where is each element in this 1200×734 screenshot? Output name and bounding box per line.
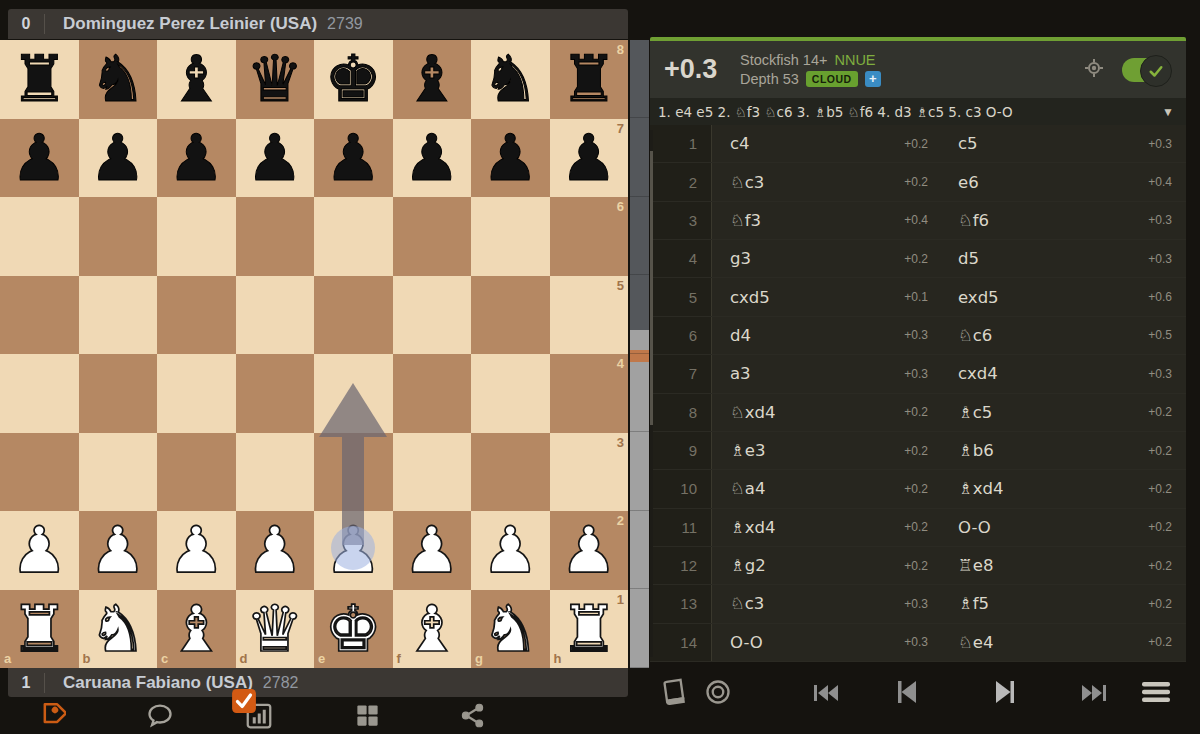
- square-a7[interactable]: ♟: [0, 119, 79, 198]
- black-pawn-d7: ♟: [236, 119, 315, 198]
- pv-white-cell: a3+0.3: [712, 355, 940, 392]
- engine-toggle[interactable]: [1122, 57, 1172, 83]
- file-label-b: b: [83, 651, 91, 666]
- pv-black-eval: +0.3: [1148, 137, 1172, 151]
- pv-black-move[interactable]: ♗xd4: [958, 479, 1004, 498]
- white-pawn-g2: ♟: [471, 511, 550, 590]
- black-pawn-a7: ♟: [0, 119, 79, 198]
- square-a4[interactable]: [0, 354, 79, 433]
- engine-name: Stockfish 14+: [740, 52, 827, 68]
- square-f6[interactable]: [393, 197, 472, 276]
- pv-white-cell: ♗xd4+0.2: [712, 509, 940, 546]
- square-g4[interactable]: [471, 354, 550, 433]
- pv-move-number: 13: [650, 585, 712, 622]
- pv-black-move[interactable]: exd5: [958, 288, 999, 307]
- game-move-list[interactable]: 1. e4 e5 2. ♘f3 ♘c6 3. ♗b5 ♘f6 4. d3 ♗c5…: [650, 98, 1186, 125]
- pv-black-cell: ♗c5+0.2: [940, 394, 1186, 431]
- white-pawn-a2: ♟: [0, 511, 79, 590]
- top-player-rating: 2739: [327, 15, 363, 33]
- pv-black-cell: c5+0.3: [940, 125, 1186, 162]
- file-label-g: g: [475, 651, 483, 666]
- square-e8[interactable]: ♚: [314, 40, 393, 119]
- rank-label-5: 5: [617, 278, 624, 293]
- white-pawn-e2: ♟: [314, 511, 393, 590]
- pv-row-2: 2♘c3+0.2e6+0.4: [650, 163, 1186, 201]
- file-label-e: e: [318, 651, 325, 666]
- pv-black-move[interactable]: ♗b6: [958, 441, 994, 460]
- pv-black-cell: ♘f6+0.3: [940, 202, 1186, 239]
- pv-move-number: 14: [650, 624, 712, 661]
- first-move-button[interactable]: [812, 680, 840, 710]
- square-b8[interactable]: ♞: [79, 40, 158, 119]
- pv-black-eval: +0.5: [1148, 328, 1172, 342]
- pv-white-move[interactable]: ♘xd4: [730, 403, 776, 422]
- book-icon[interactable]: [660, 678, 688, 710]
- black-pawn-c7: ♟: [157, 119, 236, 198]
- pv-black-cell: O-O+0.2: [940, 509, 1186, 546]
- square-d1[interactable]: ♛d: [236, 590, 315, 669]
- square-f2[interactable]: ♟: [393, 511, 472, 590]
- pv-move-number: 3: [650, 202, 712, 239]
- pv-move-number: 2: [650, 163, 712, 200]
- previous-move-button[interactable]: [896, 678, 918, 710]
- square-e2[interactable]: ♟: [314, 511, 393, 590]
- menu-icon[interactable]: [1140, 678, 1172, 710]
- pv-black-move[interactable]: O-O: [958, 518, 991, 537]
- check-badge-icon: [231, 688, 257, 718]
- pv-black-eval: +0.3: [1148, 213, 1172, 227]
- rank-label-6: 6: [617, 199, 624, 214]
- square-h8[interactable]: ♜8: [550, 40, 629, 119]
- pv-black-move[interactable]: ♘f6: [958, 211, 989, 230]
- pv-white-move[interactable]: c4: [730, 134, 750, 153]
- crosshair-icon[interactable]: [1082, 56, 1106, 84]
- square-b4[interactable]: [79, 354, 158, 433]
- square-e1[interactable]: ♚e: [314, 590, 393, 669]
- file-label-c: c: [161, 651, 168, 666]
- white-bishop-f1: ♝: [393, 590, 472, 669]
- square-h5[interactable]: 5: [550, 276, 629, 355]
- toggle-check-icon: [1140, 55, 1172, 87]
- pv-row-6: 6d4+0.3♘c6+0.5: [650, 317, 1186, 355]
- square-d2[interactable]: ♟: [236, 511, 315, 590]
- square-g2[interactable]: ♟: [471, 511, 550, 590]
- square-a8[interactable]: ♜: [0, 40, 79, 119]
- square-f5[interactable]: [393, 276, 472, 355]
- pv-move-number: 4: [650, 240, 712, 277]
- rank-label-2: 2: [617, 513, 624, 528]
- square-f1[interactable]: ♝f: [393, 590, 472, 669]
- add-engine-line-button[interactable]: +: [865, 71, 881, 87]
- pv-row-5: 5cxd5+0.1exd5+0.6: [650, 278, 1186, 316]
- white-pawn-d2: ♟: [236, 511, 315, 590]
- bottom-player-bar: 1 Caruana Fabiano (USA) 2782: [8, 668, 628, 697]
- pv-black-move[interactable]: ♗f5: [958, 594, 989, 613]
- pv-white-eval: +0.3: [904, 367, 928, 381]
- square-h4[interactable]: 4: [550, 354, 629, 433]
- game-moves-text[interactable]: 1. e4 e5 2. ♘f3 ♘c6 3. ♗b5 ♘f6 4. d3 ♗c5…: [658, 104, 1013, 120]
- square-c7[interactable]: ♟: [157, 119, 236, 198]
- white-king-e1: ♚: [314, 590, 393, 669]
- square-c5[interactable]: [157, 276, 236, 355]
- file-label-h: h: [554, 651, 562, 666]
- engine-pv-table[interactable]: 1c4+0.2c5+0.32♘c3+0.2e6+0.43♘f3+0.4♘f6+0…: [650, 125, 1186, 662]
- last-move-button[interactable]: [1080, 680, 1108, 710]
- pv-black-move[interactable]: ♘c6: [958, 326, 992, 345]
- pv-row-3: 3♘f3+0.4♘f6+0.3: [650, 202, 1186, 240]
- eval-gauge-ticks: [630, 40, 649, 668]
- pv-black-move[interactable]: cxd4: [958, 364, 998, 383]
- chess-board[interactable]: ♜♞♝♛♚♝♞♜8♟♟♟♟♟♟♟♟76543♟♟♟♟♟♟♟♟2♜a♞b♝c♛d♚…: [0, 40, 628, 668]
- square-f3[interactable]: [393, 433, 472, 512]
- pv-black-move[interactable]: ♘e4: [958, 633, 993, 652]
- share-icon[interactable]: [459, 702, 486, 733]
- square-d7[interactable]: ♟: [236, 119, 315, 198]
- pv-white-eval: +0.3: [904, 597, 928, 611]
- pv-row-7: 7a3+0.3cxd4+0.3: [650, 355, 1186, 393]
- square-e6[interactable]: [314, 197, 393, 276]
- pv-white-move[interactable]: a3: [730, 364, 751, 383]
- pv-white-eval: +0.3: [904, 635, 928, 649]
- square-b7[interactable]: ♟: [79, 119, 158, 198]
- black-pawn-f7: ♟: [393, 119, 472, 198]
- cloud-badge: CLOUD: [806, 71, 858, 87]
- pv-black-cell: ♗f5+0.2: [940, 585, 1186, 622]
- pv-row-8: 8♘xd4+0.2♗c5+0.2: [650, 394, 1186, 432]
- white-bishop-c1: ♝: [157, 590, 236, 669]
- grid-icon[interactable]: [354, 702, 381, 733]
- white-pawn-b2: ♟: [79, 511, 158, 590]
- pv-black-eval: +0.2: [1148, 559, 1172, 573]
- pv-white-move[interactable]: d4: [730, 326, 751, 345]
- pv-black-eval: +0.2: [1148, 444, 1172, 458]
- pv-white-cell: ♘c3+0.2: [712, 163, 940, 200]
- pv-black-cell: ♗xd4+0.2: [940, 470, 1186, 507]
- pv-white-eval: +0.1: [904, 290, 928, 304]
- divider: [44, 14, 45, 34]
- pv-scrollbar[interactable]: [650, 130, 653, 657]
- top-player-bar: 0 Dominguez Perez Leinier (USA) 2739: [8, 9, 628, 39]
- tag-icon[interactable]: [36, 699, 66, 733]
- pv-black-eval: +0.4: [1148, 175, 1172, 189]
- pv-move-number: 1: [650, 125, 712, 162]
- square-h2[interactable]: ♟2: [550, 511, 629, 590]
- pv-white-move[interactable]: ♘f3: [730, 211, 761, 230]
- pv-white-cell: cxd5+0.1: [712, 278, 940, 315]
- pv-black-eval: +0.6: [1148, 290, 1172, 304]
- pv-black-cell: ♖e8+0.2: [940, 547, 1186, 584]
- rank-label-4: 4: [617, 356, 624, 371]
- pv-black-move[interactable]: c5: [958, 134, 978, 153]
- white-rook-a1: ♜: [0, 590, 79, 669]
- pv-white-move[interactable]: ♘c3: [730, 173, 764, 192]
- engine-header: +0.3 Stockfish 14+ NNUE Depth 53 CLOUD +: [650, 41, 1186, 98]
- pv-move-number: 11: [650, 509, 712, 546]
- rank-label-7: 7: [617, 121, 624, 136]
- pv-move-number: 12: [650, 547, 712, 584]
- square-f7[interactable]: ♟: [393, 119, 472, 198]
- square-g6[interactable]: [471, 197, 550, 276]
- square-g1[interactable]: ♞g: [471, 590, 550, 669]
- square-d3[interactable]: [236, 433, 315, 512]
- pv-white-eval: +0.2: [904, 482, 928, 496]
- top-player-name: Dominguez Perez Leinier (USA): [63, 14, 317, 34]
- square-b5[interactable]: [79, 276, 158, 355]
- square-c8[interactable]: ♝: [157, 40, 236, 119]
- square-a2[interactable]: ♟: [0, 511, 79, 590]
- engine-nnue-label: NNUE: [834, 52, 875, 68]
- pv-black-eval: +0.2: [1148, 482, 1172, 496]
- pv-row-12: 12♗g2+0.2♖e8+0.2: [650, 547, 1186, 585]
- black-rook-a8: ♜: [0, 40, 79, 119]
- pv-white-cell: c4+0.2: [712, 125, 940, 162]
- square-h7[interactable]: ♟7: [550, 119, 629, 198]
- pv-white-move[interactable]: ♗g2: [730, 556, 766, 575]
- target-circles-icon[interactable]: [704, 678, 732, 710]
- pv-black-eval: +0.2: [1148, 635, 1172, 649]
- chat-icon[interactable]: [146, 701, 174, 733]
- pv-move-number: 8: [650, 394, 712, 431]
- square-a1[interactable]: ♜a: [0, 590, 79, 669]
- white-pawn-c2: ♟: [157, 511, 236, 590]
- pv-white-cell: ♗g2+0.2: [712, 547, 940, 584]
- square-d5[interactable]: [236, 276, 315, 355]
- pv-row-13: 13♘c3+0.3♗f5+0.2: [650, 585, 1186, 623]
- pv-black-move[interactable]: d5: [958, 249, 979, 268]
- pv-white-eval: +0.4: [904, 213, 928, 227]
- pv-black-cell: cxd4+0.3: [940, 355, 1186, 392]
- bottom-player-score: 1: [8, 674, 44, 692]
- pv-white-cell: ♗e3+0.2: [712, 432, 940, 469]
- pv-black-cell: ♘e4+0.2: [940, 624, 1186, 661]
- square-c6[interactable]: [157, 197, 236, 276]
- pv-white-cell: g3+0.2: [712, 240, 940, 277]
- square-c3[interactable]: [157, 433, 236, 512]
- black-pawn-g7: ♟: [471, 119, 550, 198]
- rank-label-8: 8: [617, 42, 624, 57]
- pv-white-cell: ♘c3+0.3: [712, 585, 940, 622]
- pv-row-11: 11♗xd4+0.2O-O+0.2: [650, 509, 1186, 547]
- pv-black-cell: ♗b6+0.2: [940, 432, 1186, 469]
- pv-white-eval: +0.2: [904, 520, 928, 534]
- square-e5[interactable]: [314, 276, 393, 355]
- file-label-a: a: [4, 651, 11, 666]
- pv-white-eval: +0.2: [904, 252, 928, 266]
- pv-move-number: 5: [650, 278, 712, 315]
- pv-black-eval: +0.3: [1148, 252, 1172, 266]
- pv-black-move[interactable]: e6: [958, 173, 979, 192]
- square-g8[interactable]: ♞: [471, 40, 550, 119]
- square-a3[interactable]: [0, 433, 79, 512]
- pv-black-eval: +0.3: [1148, 367, 1172, 381]
- black-knight-g8: ♞: [471, 40, 550, 119]
- divider: [44, 673, 45, 693]
- square-h6[interactable]: 6: [550, 197, 629, 276]
- square-h3[interactable]: 3: [550, 433, 629, 512]
- square-g7[interactable]: ♟: [471, 119, 550, 198]
- pv-move-number: 10: [650, 470, 712, 507]
- square-b3[interactable]: [79, 433, 158, 512]
- pv-black-eval: +0.2: [1148, 520, 1172, 534]
- square-g5[interactable]: [471, 276, 550, 355]
- pv-white-eval: +0.2: [904, 137, 928, 151]
- pv-white-cell: d4+0.3: [712, 317, 940, 354]
- square-e7[interactable]: ♟: [314, 119, 393, 198]
- square-c4[interactable]: [157, 354, 236, 433]
- pv-white-move[interactable]: ♗xd4: [730, 518, 776, 537]
- square-f4[interactable]: [393, 354, 472, 433]
- square-b2[interactable]: ♟: [79, 511, 158, 590]
- white-pawn-f2: ♟: [393, 511, 472, 590]
- pv-row-1: 1c4+0.2c5+0.3: [650, 125, 1186, 163]
- pv-white-move[interactable]: ♘a4: [730, 479, 765, 498]
- square-a5[interactable]: [0, 276, 79, 355]
- black-king-e8: ♚: [314, 40, 393, 119]
- square-d6[interactable]: [236, 197, 315, 276]
- pv-white-move[interactable]: ♗e3: [730, 441, 765, 460]
- black-pawn-e7: ♟: [314, 119, 393, 198]
- square-f8[interactable]: ♝: [393, 40, 472, 119]
- pv-white-move[interactable]: cxd5: [730, 288, 770, 307]
- pv-white-move[interactable]: ♘c3: [730, 594, 764, 613]
- square-b1[interactable]: ♞b: [79, 590, 158, 669]
- square-a6[interactable]: [0, 197, 79, 276]
- eval-gauge: [630, 40, 649, 668]
- pv-row-4: 4g3+0.2d5+0.3: [650, 240, 1186, 278]
- black-bishop-c8: ♝: [157, 40, 236, 119]
- pv-black-cell: ♘c6+0.5: [940, 317, 1186, 354]
- pv-row-10: 10♘a4+0.2♗xd4+0.2: [650, 470, 1186, 508]
- engine-eval: +0.3: [664, 54, 740, 85]
- square-b6[interactable]: [79, 197, 158, 276]
- pv-black-cell: exd5+0.6: [940, 278, 1186, 315]
- collapse-icon[interactable]: ▼: [1162, 105, 1174, 119]
- pv-move-number: 9: [650, 432, 712, 469]
- pv-white-cell: O-O+0.3: [712, 624, 940, 661]
- pv-white-eval: +0.2: [904, 559, 928, 573]
- bottom-player-name: Caruana Fabiano (USA): [63, 673, 253, 693]
- file-label-f: f: [397, 651, 401, 666]
- pv-white-eval: +0.2: [904, 175, 928, 189]
- pv-move-number: 7: [650, 355, 712, 392]
- bottom-player-rating: 2782: [263, 674, 299, 692]
- black-pawn-b7: ♟: [79, 119, 158, 198]
- pv-black-eval: +0.2: [1148, 597, 1172, 611]
- square-e3[interactable]: [314, 433, 393, 512]
- pv-black-eval: +0.2: [1148, 405, 1172, 419]
- square-h1[interactable]: ♜1h: [550, 590, 629, 669]
- square-g3[interactable]: [471, 433, 550, 512]
- rank-label-1: 1: [617, 592, 624, 607]
- black-bishop-f8: ♝: [393, 40, 472, 119]
- pv-black-move[interactable]: ♗c5: [958, 403, 992, 422]
- engine-depth: Depth 53: [740, 71, 799, 87]
- square-c2[interactable]: ♟: [157, 511, 236, 590]
- pv-move-number: 6: [650, 317, 712, 354]
- square-e4[interactable]: [314, 354, 393, 433]
- black-knight-b8: ♞: [79, 40, 158, 119]
- square-c1[interactable]: ♝c: [157, 590, 236, 669]
- pv-white-cell: ♘a4+0.2: [712, 470, 940, 507]
- next-move-button[interactable]: [994, 678, 1016, 710]
- pv-white-cell: ♘xd4+0.2: [712, 394, 940, 431]
- pv-white-eval: +0.3: [904, 328, 928, 342]
- pv-row-14: 14O-O+0.3♘e4+0.2: [650, 624, 1186, 662]
- pv-black-move[interactable]: ♖e8: [958, 556, 993, 575]
- pv-white-eval: +0.2: [904, 405, 928, 419]
- square-d4[interactable]: [236, 354, 315, 433]
- pv-white-move[interactable]: g3: [730, 249, 751, 268]
- top-player-score: 0: [8, 15, 44, 33]
- pv-scrollbar-thumb[interactable]: [650, 151, 653, 425]
- rank-label-3: 3: [617, 435, 624, 450]
- square-d8[interactable]: ♛: [236, 40, 315, 119]
- file-label-d: d: [240, 651, 248, 666]
- pv-black-cell: e6+0.4: [940, 163, 1186, 200]
- pv-white-eval: +0.2: [904, 444, 928, 458]
- pv-black-cell: d5+0.3: [940, 240, 1186, 277]
- pv-white-move[interactable]: O-O: [730, 633, 763, 652]
- black-queen-d8: ♛: [236, 40, 315, 119]
- pv-row-9: 9♗e3+0.2♗b6+0.2: [650, 432, 1186, 470]
- pv-white-cell: ♘f3+0.4: [712, 202, 940, 239]
